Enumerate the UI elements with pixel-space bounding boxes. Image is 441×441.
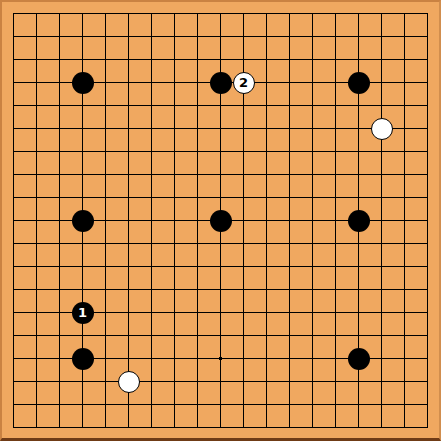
intersection bbox=[301, 163, 324, 186]
intersection bbox=[393, 186, 416, 209]
intersection bbox=[94, 48, 117, 71]
intersection bbox=[2, 370, 25, 393]
intersection bbox=[324, 232, 347, 255]
intersection bbox=[94, 255, 117, 278]
intersection bbox=[117, 117, 140, 140]
intersection bbox=[232, 209, 255, 232]
intersection bbox=[140, 2, 163, 25]
go-board-grid: 21 bbox=[2, 2, 439, 439]
intersection bbox=[416, 48, 439, 71]
intersection bbox=[278, 71, 301, 94]
intersection bbox=[163, 416, 186, 439]
intersection bbox=[324, 94, 347, 117]
intersection bbox=[278, 393, 301, 416]
intersection bbox=[416, 416, 439, 439]
intersection bbox=[232, 232, 255, 255]
intersection bbox=[301, 140, 324, 163]
intersection bbox=[186, 301, 209, 324]
intersection bbox=[186, 324, 209, 347]
intersection bbox=[232, 324, 255, 347]
black-stone bbox=[348, 348, 370, 370]
intersection bbox=[48, 117, 71, 140]
intersection bbox=[186, 393, 209, 416]
intersection bbox=[163, 370, 186, 393]
intersection bbox=[370, 347, 393, 370]
intersection bbox=[209, 347, 232, 370]
intersection bbox=[140, 255, 163, 278]
intersection bbox=[370, 416, 393, 439]
intersection bbox=[48, 347, 71, 370]
intersection bbox=[94, 25, 117, 48]
intersection bbox=[347, 232, 370, 255]
intersection bbox=[71, 186, 94, 209]
intersection bbox=[347, 324, 370, 347]
intersection bbox=[416, 255, 439, 278]
intersection bbox=[140, 278, 163, 301]
intersection bbox=[324, 163, 347, 186]
intersection bbox=[163, 2, 186, 25]
intersection bbox=[416, 25, 439, 48]
intersection bbox=[416, 301, 439, 324]
intersection bbox=[255, 347, 278, 370]
intersection bbox=[25, 278, 48, 301]
intersection bbox=[186, 25, 209, 48]
intersection bbox=[416, 71, 439, 94]
intersection bbox=[209, 94, 232, 117]
intersection bbox=[232, 25, 255, 48]
intersection bbox=[140, 117, 163, 140]
intersection bbox=[163, 301, 186, 324]
intersection bbox=[301, 232, 324, 255]
intersection bbox=[347, 393, 370, 416]
intersection bbox=[186, 232, 209, 255]
intersection bbox=[416, 278, 439, 301]
intersection bbox=[278, 416, 301, 439]
intersection bbox=[324, 209, 347, 232]
intersection bbox=[209, 25, 232, 48]
intersection bbox=[393, 278, 416, 301]
intersection bbox=[278, 347, 301, 370]
intersection bbox=[25, 71, 48, 94]
intersection bbox=[209, 140, 232, 163]
intersection bbox=[370, 393, 393, 416]
intersection bbox=[278, 232, 301, 255]
intersection bbox=[209, 163, 232, 186]
intersection bbox=[393, 140, 416, 163]
intersection bbox=[94, 347, 117, 370]
intersection bbox=[255, 2, 278, 25]
intersection bbox=[393, 255, 416, 278]
intersection bbox=[163, 347, 186, 370]
intersection bbox=[370, 209, 393, 232]
intersection bbox=[140, 209, 163, 232]
intersection bbox=[416, 209, 439, 232]
intersection bbox=[186, 370, 209, 393]
intersection bbox=[278, 255, 301, 278]
intersection bbox=[48, 94, 71, 117]
intersection bbox=[94, 117, 117, 140]
intersection bbox=[347, 347, 370, 370]
intersection bbox=[117, 48, 140, 71]
intersection bbox=[140, 393, 163, 416]
intersection bbox=[393, 347, 416, 370]
intersection bbox=[301, 71, 324, 94]
intersection bbox=[71, 209, 94, 232]
intersection bbox=[393, 117, 416, 140]
intersection bbox=[324, 416, 347, 439]
intersection bbox=[2, 25, 25, 48]
intersection bbox=[324, 186, 347, 209]
intersection bbox=[71, 140, 94, 163]
intersection bbox=[278, 48, 301, 71]
intersection bbox=[370, 71, 393, 94]
intersection bbox=[2, 416, 25, 439]
intersection bbox=[71, 25, 94, 48]
intersection bbox=[186, 163, 209, 186]
intersection bbox=[393, 209, 416, 232]
intersection bbox=[117, 232, 140, 255]
intersection bbox=[324, 347, 347, 370]
intersection bbox=[209, 71, 232, 94]
intersection bbox=[347, 71, 370, 94]
intersection bbox=[301, 255, 324, 278]
intersection bbox=[140, 48, 163, 71]
intersection bbox=[117, 2, 140, 25]
intersection bbox=[186, 209, 209, 232]
intersection bbox=[278, 163, 301, 186]
intersection bbox=[209, 393, 232, 416]
intersection bbox=[2, 324, 25, 347]
intersection bbox=[2, 209, 25, 232]
intersection bbox=[347, 48, 370, 71]
intersection bbox=[2, 71, 25, 94]
intersection bbox=[163, 232, 186, 255]
intersection bbox=[232, 393, 255, 416]
intersection bbox=[25, 186, 48, 209]
intersection bbox=[25, 94, 48, 117]
intersection bbox=[117, 163, 140, 186]
intersection bbox=[278, 25, 301, 48]
intersection bbox=[347, 370, 370, 393]
intersection bbox=[255, 140, 278, 163]
intersection bbox=[232, 301, 255, 324]
intersection bbox=[278, 209, 301, 232]
intersection bbox=[301, 2, 324, 25]
intersection bbox=[301, 370, 324, 393]
intersection bbox=[416, 117, 439, 140]
intersection bbox=[370, 232, 393, 255]
intersection bbox=[416, 370, 439, 393]
intersection bbox=[94, 71, 117, 94]
intersection bbox=[393, 71, 416, 94]
intersection bbox=[48, 370, 71, 393]
intersection bbox=[117, 186, 140, 209]
intersection bbox=[347, 117, 370, 140]
intersection bbox=[370, 94, 393, 117]
intersection bbox=[2, 255, 25, 278]
intersection bbox=[416, 163, 439, 186]
intersection bbox=[48, 48, 71, 71]
intersection bbox=[117, 71, 140, 94]
intersection bbox=[140, 416, 163, 439]
intersection bbox=[25, 301, 48, 324]
intersection bbox=[209, 416, 232, 439]
intersection bbox=[117, 393, 140, 416]
intersection bbox=[301, 94, 324, 117]
intersection bbox=[186, 71, 209, 94]
intersection bbox=[301, 278, 324, 301]
intersection bbox=[48, 186, 71, 209]
intersection bbox=[370, 117, 393, 140]
intersection bbox=[255, 186, 278, 209]
intersection bbox=[140, 232, 163, 255]
intersection bbox=[25, 48, 48, 71]
intersection bbox=[117, 94, 140, 117]
intersection bbox=[186, 140, 209, 163]
intersection bbox=[48, 2, 71, 25]
black-stone bbox=[348, 72, 370, 94]
intersection bbox=[232, 278, 255, 301]
intersection bbox=[324, 25, 347, 48]
intersection bbox=[25, 209, 48, 232]
intersection bbox=[255, 71, 278, 94]
intersection bbox=[370, 140, 393, 163]
intersection bbox=[301, 347, 324, 370]
intersection bbox=[48, 324, 71, 347]
intersection bbox=[324, 48, 347, 71]
intersection bbox=[393, 25, 416, 48]
intersection bbox=[324, 255, 347, 278]
intersection bbox=[94, 140, 117, 163]
intersection: 2 bbox=[232, 71, 255, 94]
intersection bbox=[255, 370, 278, 393]
intersection bbox=[25, 324, 48, 347]
intersection bbox=[416, 94, 439, 117]
intersection bbox=[278, 186, 301, 209]
intersection bbox=[393, 393, 416, 416]
intersection bbox=[301, 393, 324, 416]
intersection bbox=[48, 255, 71, 278]
intersection bbox=[209, 2, 232, 25]
intersection bbox=[117, 324, 140, 347]
intersection bbox=[393, 370, 416, 393]
intersection bbox=[2, 117, 25, 140]
intersection bbox=[232, 255, 255, 278]
black-stone: 1 bbox=[72, 302, 94, 324]
intersection bbox=[393, 163, 416, 186]
intersection bbox=[347, 186, 370, 209]
black-stone bbox=[72, 348, 94, 370]
intersection bbox=[163, 94, 186, 117]
intersection bbox=[347, 301, 370, 324]
intersection bbox=[163, 255, 186, 278]
intersection bbox=[94, 370, 117, 393]
intersection bbox=[255, 25, 278, 48]
intersection bbox=[71, 232, 94, 255]
intersection bbox=[140, 25, 163, 48]
intersection bbox=[2, 2, 25, 25]
intersection bbox=[232, 163, 255, 186]
white-stone: 2 bbox=[233, 72, 255, 94]
intersection bbox=[94, 301, 117, 324]
intersection bbox=[347, 278, 370, 301]
intersection bbox=[48, 393, 71, 416]
intersection bbox=[117, 416, 140, 439]
intersection bbox=[117, 278, 140, 301]
intersection bbox=[232, 347, 255, 370]
intersection bbox=[255, 416, 278, 439]
move-number-label: 2 bbox=[239, 76, 248, 89]
intersection bbox=[140, 94, 163, 117]
intersection bbox=[94, 278, 117, 301]
intersection bbox=[2, 278, 25, 301]
hoshi-point-marker bbox=[219, 357, 222, 360]
intersection bbox=[140, 71, 163, 94]
intersection bbox=[255, 94, 278, 117]
black-stone bbox=[348, 210, 370, 232]
intersection bbox=[278, 278, 301, 301]
intersection bbox=[370, 255, 393, 278]
intersection bbox=[140, 301, 163, 324]
intersection bbox=[324, 71, 347, 94]
intersection bbox=[324, 301, 347, 324]
intersection bbox=[48, 232, 71, 255]
intersection bbox=[278, 324, 301, 347]
intersection bbox=[163, 278, 186, 301]
intersection bbox=[2, 48, 25, 71]
intersection bbox=[140, 186, 163, 209]
intersection bbox=[2, 301, 25, 324]
intersection bbox=[25, 2, 48, 25]
intersection bbox=[278, 301, 301, 324]
intersection bbox=[186, 94, 209, 117]
intersection bbox=[301, 48, 324, 71]
intersection bbox=[71, 2, 94, 25]
intersection bbox=[163, 117, 186, 140]
intersection bbox=[278, 140, 301, 163]
intersection bbox=[370, 301, 393, 324]
intersection bbox=[209, 209, 232, 232]
intersection bbox=[393, 324, 416, 347]
intersection bbox=[416, 2, 439, 25]
intersection bbox=[163, 163, 186, 186]
intersection bbox=[324, 393, 347, 416]
intersection bbox=[301, 209, 324, 232]
intersection bbox=[186, 416, 209, 439]
intersection bbox=[232, 2, 255, 25]
intersection bbox=[25, 232, 48, 255]
intersection bbox=[163, 209, 186, 232]
intersection bbox=[25, 25, 48, 48]
black-stone bbox=[72, 72, 94, 94]
intersection bbox=[48, 209, 71, 232]
intersection bbox=[324, 117, 347, 140]
intersection bbox=[163, 48, 186, 71]
intersection bbox=[140, 347, 163, 370]
intersection bbox=[324, 324, 347, 347]
intersection bbox=[94, 416, 117, 439]
intersection bbox=[209, 324, 232, 347]
intersection bbox=[255, 255, 278, 278]
intersection bbox=[255, 209, 278, 232]
intersection bbox=[255, 393, 278, 416]
move-number-label: 1 bbox=[78, 306, 87, 319]
intersection bbox=[71, 347, 94, 370]
intersection bbox=[370, 48, 393, 71]
intersection bbox=[117, 255, 140, 278]
intersection bbox=[186, 48, 209, 71]
intersection bbox=[347, 209, 370, 232]
intersection bbox=[416, 140, 439, 163]
intersection bbox=[186, 186, 209, 209]
intersection bbox=[416, 393, 439, 416]
intersection bbox=[347, 255, 370, 278]
intersection bbox=[48, 163, 71, 186]
black-stone bbox=[72, 210, 94, 232]
intersection bbox=[48, 301, 71, 324]
intersection bbox=[209, 186, 232, 209]
intersection bbox=[278, 2, 301, 25]
intersection bbox=[71, 71, 94, 94]
intersection: 1 bbox=[71, 301, 94, 324]
intersection bbox=[209, 232, 232, 255]
intersection bbox=[163, 186, 186, 209]
intersection bbox=[324, 370, 347, 393]
intersection bbox=[71, 255, 94, 278]
intersection bbox=[2, 232, 25, 255]
intersection bbox=[301, 324, 324, 347]
intersection bbox=[232, 48, 255, 71]
white-stone bbox=[371, 118, 393, 140]
intersection bbox=[2, 140, 25, 163]
intersection bbox=[2, 347, 25, 370]
intersection bbox=[94, 324, 117, 347]
intersection bbox=[416, 324, 439, 347]
intersection bbox=[94, 393, 117, 416]
intersection bbox=[301, 25, 324, 48]
intersection bbox=[140, 140, 163, 163]
intersection bbox=[48, 278, 71, 301]
intersection bbox=[347, 94, 370, 117]
intersection bbox=[117, 301, 140, 324]
intersection bbox=[255, 48, 278, 71]
intersection bbox=[255, 278, 278, 301]
intersection bbox=[347, 25, 370, 48]
go-board-diagram: 21 bbox=[0, 0, 441, 441]
intersection bbox=[163, 324, 186, 347]
intersection bbox=[255, 117, 278, 140]
intersection bbox=[2, 163, 25, 186]
intersection bbox=[117, 25, 140, 48]
intersection bbox=[140, 163, 163, 186]
intersection bbox=[48, 140, 71, 163]
intersection bbox=[94, 209, 117, 232]
intersection bbox=[393, 2, 416, 25]
intersection bbox=[370, 278, 393, 301]
intersection bbox=[25, 416, 48, 439]
intersection bbox=[209, 255, 232, 278]
intersection bbox=[370, 370, 393, 393]
intersection bbox=[2, 94, 25, 117]
intersection bbox=[209, 278, 232, 301]
intersection bbox=[25, 370, 48, 393]
intersection bbox=[301, 301, 324, 324]
intersection bbox=[25, 117, 48, 140]
intersection bbox=[347, 163, 370, 186]
intersection bbox=[117, 209, 140, 232]
intersection bbox=[71, 117, 94, 140]
intersection bbox=[163, 140, 186, 163]
